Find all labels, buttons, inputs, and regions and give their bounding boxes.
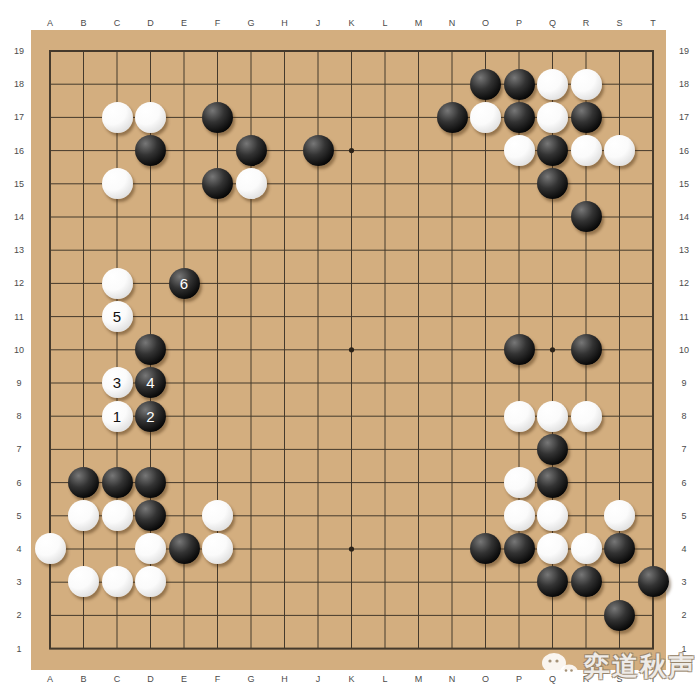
stone-white-C11[interactable]: 5 <box>102 301 133 332</box>
row-label-right-8: 8 <box>681 411 686 421</box>
stone-white-S5[interactable] <box>604 500 635 531</box>
col-label-top-E: E <box>181 18 187 28</box>
stone-black-D6[interactable] <box>135 467 166 498</box>
col-label-bottom-O: O <box>482 674 489 684</box>
stone-white-B5[interactable] <box>68 500 99 531</box>
row-label-right-16: 16 <box>679 146 689 156</box>
col-label-top-J: J <box>316 18 321 28</box>
stone-black-D10[interactable] <box>135 334 166 365</box>
row-label-right-15: 15 <box>679 179 689 189</box>
stone-black-T3[interactable] <box>638 566 669 597</box>
col-label-top-K: K <box>348 18 354 28</box>
col-label-top-B: B <box>80 18 86 28</box>
stone-black-P18[interactable] <box>504 69 535 100</box>
col-label-top-S: S <box>616 18 622 28</box>
stone-white-D17[interactable] <box>135 102 166 133</box>
col-label-top-M: M <box>415 18 423 28</box>
stone-black-F17[interactable] <box>202 102 233 133</box>
stone-white-Q5[interactable] <box>537 500 568 531</box>
stone-black-B6[interactable] <box>68 467 99 498</box>
col-label-top-Q: Q <box>549 18 556 28</box>
stone-black-S2[interactable] <box>604 600 635 631</box>
col-label-bottom-C: C <box>114 674 121 684</box>
col-label-bottom-D: D <box>147 674 154 684</box>
stone-white-C9[interactable]: 3 <box>102 367 133 398</box>
col-label-bottom-A: A <box>47 674 53 684</box>
col-label-top-L: L <box>382 18 387 28</box>
move-number: 2 <box>146 409 154 424</box>
row-label-right-9: 9 <box>681 378 686 388</box>
stone-white-O17[interactable] <box>470 102 501 133</box>
col-label-bottom-H: H <box>281 674 288 684</box>
row-label-left-12: 12 <box>14 278 24 288</box>
stone-white-C17[interactable] <box>102 102 133 133</box>
row-label-left-1: 1 <box>16 644 21 654</box>
stone-white-C3[interactable] <box>102 566 133 597</box>
row-label-left-8: 8 <box>16 411 21 421</box>
stone-black-Q16[interactable] <box>537 135 568 166</box>
row-label-left-17: 17 <box>14 112 24 122</box>
watermark: 弈道秋声 <box>540 649 696 684</box>
go-diagram: AABBCCDDEEFFGGHHJJKKLLMMNNOOPPQQRRSSTT19… <box>0 0 700 700</box>
row-label-right-6: 6 <box>681 478 686 488</box>
row-label-right-5: 5 <box>681 511 686 521</box>
stone-white-R18[interactable] <box>571 69 602 100</box>
col-label-top-A: A <box>47 18 53 28</box>
stone-black-S4[interactable] <box>604 533 635 564</box>
row-label-right-2: 2 <box>681 610 686 620</box>
col-label-top-P: P <box>516 18 522 28</box>
row-label-right-11: 11 <box>679 312 688 322</box>
stone-black-P4[interactable] <box>504 533 535 564</box>
col-label-bottom-P: P <box>516 674 522 684</box>
stone-white-Q8[interactable] <box>537 401 568 432</box>
row-label-left-5: 5 <box>16 511 21 521</box>
stone-black-F15[interactable] <box>202 168 233 199</box>
stone-white-C8[interactable]: 1 <box>102 401 133 432</box>
stone-black-Q6[interactable] <box>537 467 568 498</box>
stone-black-P17[interactable] <box>504 102 535 133</box>
col-label-top-O: O <box>482 18 489 28</box>
col-label-bottom-B: B <box>80 674 86 684</box>
move-number: 1 <box>113 409 121 424</box>
col-label-bottom-M: M <box>415 674 423 684</box>
col-label-bottom-F: F <box>215 674 221 684</box>
stone-white-Q18[interactable] <box>537 69 568 100</box>
stone-white-P8[interactable] <box>504 401 535 432</box>
stone-black-D5[interactable] <box>135 500 166 531</box>
row-label-left-14: 14 <box>14 212 24 222</box>
row-label-left-9: 9 <box>16 378 21 388</box>
move-number: 3 <box>113 375 121 390</box>
stone-white-P6[interactable] <box>504 467 535 498</box>
stone-white-R16[interactable] <box>571 135 602 166</box>
stone-black-P10[interactable] <box>504 334 535 365</box>
stone-white-F5[interactable] <box>202 500 233 531</box>
row-label-left-18: 18 <box>14 79 24 89</box>
stone-white-Q17[interactable] <box>537 102 568 133</box>
stone-white-P5[interactable] <box>504 500 535 531</box>
stone-white-C15[interactable] <box>102 168 133 199</box>
row-label-right-18: 18 <box>679 79 689 89</box>
stone-black-Q7[interactable] <box>537 434 568 465</box>
row-label-right-3: 3 <box>681 577 686 587</box>
col-label-top-R: R <box>583 18 590 28</box>
stone-white-R8[interactable] <box>571 401 602 432</box>
row-label-left-7: 7 <box>16 444 21 454</box>
row-label-right-7: 7 <box>681 444 686 454</box>
stone-black-G16[interactable] <box>236 135 267 166</box>
row-label-left-19: 19 <box>14 46 24 56</box>
row-label-right-12: 12 <box>679 278 689 288</box>
row-label-right-10: 10 <box>679 345 689 355</box>
stone-black-C6[interactable] <box>102 467 133 498</box>
row-label-left-10: 10 <box>14 345 24 355</box>
stones-grid[interactable]: 653412 <box>33 34 670 665</box>
col-label-top-N: N <box>449 18 456 28</box>
col-label-top-T: T <box>650 18 656 28</box>
stone-black-N17[interactable] <box>437 102 468 133</box>
row-label-left-15: 15 <box>14 179 24 189</box>
row-label-left-16: 16 <box>14 146 24 156</box>
col-label-bottom-N: N <box>449 674 456 684</box>
stone-black-E4[interactable] <box>169 533 200 564</box>
stone-white-S16[interactable] <box>604 135 635 166</box>
stone-black-R10[interactable] <box>571 334 602 365</box>
move-number: 4 <box>146 375 154 390</box>
stone-white-P16[interactable] <box>504 135 535 166</box>
stone-white-C5[interactable] <box>102 500 133 531</box>
stone-black-R14[interactable] <box>571 201 602 232</box>
stone-black-D8[interactable]: 2 <box>135 401 166 432</box>
stone-white-R4[interactable] <box>571 533 602 564</box>
col-label-bottom-G: G <box>247 674 254 684</box>
stone-white-Q4[interactable] <box>537 533 568 564</box>
stone-black-R17[interactable] <box>571 102 602 133</box>
stone-black-Q15[interactable] <box>537 168 568 199</box>
stone-white-A4[interactable] <box>35 533 66 564</box>
row-label-right-17: 17 <box>679 112 689 122</box>
stone-white-D3[interactable] <box>135 566 166 597</box>
col-label-bottom-J: J <box>316 674 321 684</box>
move-number: 6 <box>180 276 188 291</box>
row-label-left-11: 11 <box>14 312 23 322</box>
watermark-text: 弈道秋声 <box>584 649 696 684</box>
stone-black-D16[interactable] <box>135 135 166 166</box>
stone-white-D4[interactable] <box>135 533 166 564</box>
row-label-left-3: 3 <box>16 577 21 587</box>
row-label-right-14: 14 <box>679 212 689 222</box>
col-label-top-C: C <box>114 18 121 28</box>
row-label-left-6: 6 <box>16 478 21 488</box>
stone-black-E12[interactable]: 6 <box>169 268 200 299</box>
row-label-left-13: 13 <box>14 245 24 255</box>
move-number: 5 <box>113 309 121 324</box>
row-label-right-19: 19 <box>679 46 689 56</box>
stone-black-R3[interactable] <box>571 566 602 597</box>
stone-black-Q3[interactable] <box>537 566 568 597</box>
wechat-logo-icon <box>540 651 580 683</box>
col-label-top-G: G <box>247 18 254 28</box>
row-label-left-2: 2 <box>16 610 21 620</box>
row-label-right-4: 4 <box>681 544 686 554</box>
col-label-top-D: D <box>147 18 154 28</box>
stone-white-B3[interactable] <box>68 566 99 597</box>
col-label-bottom-K: K <box>348 674 354 684</box>
stone-white-G15[interactable] <box>236 168 267 199</box>
stone-white-C12[interactable] <box>102 268 133 299</box>
stone-black-D9[interactable]: 4 <box>135 367 166 398</box>
stone-black-J16[interactable] <box>303 135 334 166</box>
col-label-bottom-E: E <box>181 674 187 684</box>
col-label-bottom-L: L <box>382 674 387 684</box>
col-label-top-F: F <box>215 18 221 28</box>
col-label-top-H: H <box>281 18 288 28</box>
row-label-right-13: 13 <box>679 245 689 255</box>
stone-white-F4[interactable] <box>202 533 233 564</box>
stone-black-O4[interactable] <box>470 533 501 564</box>
row-label-left-4: 4 <box>16 544 21 554</box>
stone-black-O18[interactable] <box>470 69 501 100</box>
